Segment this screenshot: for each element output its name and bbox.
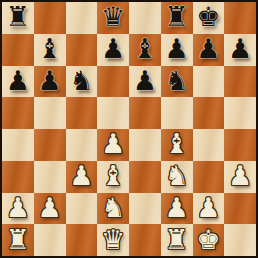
piece-black-queen: ♛	[101, 3, 125, 30]
piece-black-king: ♚	[196, 3, 220, 30]
square-g1[interactable]: ♚	[193, 224, 225, 256]
square-b2[interactable]: ♟	[34, 193, 66, 225]
square-e2[interactable]	[129, 193, 161, 225]
square-a7[interactable]	[2, 34, 34, 66]
square-a6[interactable]: ♟	[2, 66, 34, 98]
square-e3[interactable]	[129, 161, 161, 193]
square-d3[interactable]: ♝	[97, 161, 129, 193]
piece-white-bishop: ♝	[101, 162, 125, 189]
piece-white-pawn: ♟	[196, 194, 220, 221]
piece-white-knight: ♞	[101, 194, 125, 221]
square-b5[interactable]	[34, 97, 66, 129]
square-f3[interactable]: ♞	[161, 161, 193, 193]
square-d1[interactable]: ♛	[97, 224, 129, 256]
square-e6[interactable]: ♟	[129, 66, 161, 98]
square-h7[interactable]: ♟	[224, 34, 256, 66]
piece-white-pawn: ♟	[69, 162, 93, 189]
square-f1[interactable]: ♜	[161, 224, 193, 256]
square-d6[interactable]	[97, 66, 129, 98]
piece-black-knight: ♞	[165, 67, 189, 94]
piece-black-pawn: ♟	[38, 67, 62, 94]
square-f4[interactable]: ♝	[161, 129, 193, 161]
piece-black-bishop: ♝	[38, 35, 62, 62]
piece-black-pawn: ♟	[101, 35, 125, 62]
square-c3[interactable]: ♟	[66, 161, 98, 193]
square-e7[interactable]: ♝	[129, 34, 161, 66]
square-g5[interactable]	[193, 97, 225, 129]
square-b6[interactable]: ♟	[34, 66, 66, 98]
square-a3[interactable]	[2, 161, 34, 193]
piece-black-rook: ♜	[6, 3, 30, 30]
piece-white-pawn: ♟	[101, 130, 125, 157]
square-g7[interactable]: ♟	[193, 34, 225, 66]
piece-white-queen: ♛	[101, 226, 125, 253]
square-a2[interactable]: ♟	[2, 193, 34, 225]
piece-white-bishop: ♝	[165, 130, 189, 157]
square-d5[interactable]	[97, 97, 129, 129]
piece-white-rook: ♜	[6, 226, 30, 253]
square-h5[interactable]	[224, 97, 256, 129]
square-a8[interactable]: ♜	[2, 2, 34, 34]
piece-black-bishop: ♝	[133, 35, 157, 62]
piece-black-pawn: ♟	[6, 67, 30, 94]
square-d8[interactable]: ♛	[97, 2, 129, 34]
square-h6[interactable]	[224, 66, 256, 98]
square-c1[interactable]	[66, 224, 98, 256]
piece-white-pawn: ♟	[165, 194, 189, 221]
square-c8[interactable]	[66, 2, 98, 34]
square-g3[interactable]	[193, 161, 225, 193]
piece-black-rook: ♜	[165, 3, 189, 30]
square-f5[interactable]	[161, 97, 193, 129]
chess-board: ♜♛♜♚♝♟♝♟♟♟♟♟♞♟♞♟♝♟♝♞♟♟♟♞♟♟♜♛♜♚	[0, 0, 258, 258]
square-a5[interactable]	[2, 97, 34, 129]
piece-white-rook: ♜	[165, 226, 189, 253]
square-c6[interactable]: ♞	[66, 66, 98, 98]
piece-black-pawn: ♟	[196, 35, 220, 62]
square-b8[interactable]	[34, 2, 66, 34]
square-h4[interactable]	[224, 129, 256, 161]
square-g8[interactable]: ♚	[193, 2, 225, 34]
square-e4[interactable]	[129, 129, 161, 161]
square-d7[interactable]: ♟	[97, 34, 129, 66]
square-c2[interactable]	[66, 193, 98, 225]
piece-white-king: ♚	[196, 226, 220, 253]
square-e1[interactable]	[129, 224, 161, 256]
piece-white-knight: ♞	[165, 162, 189, 189]
square-b3[interactable]	[34, 161, 66, 193]
square-c7[interactable]	[66, 34, 98, 66]
piece-white-pawn: ♟	[6, 194, 30, 221]
square-g4[interactable]	[193, 129, 225, 161]
square-f2[interactable]: ♟	[161, 193, 193, 225]
square-g2[interactable]: ♟	[193, 193, 225, 225]
piece-black-knight: ♞	[69, 67, 93, 94]
square-d4[interactable]: ♟	[97, 129, 129, 161]
square-c4[interactable]	[66, 129, 98, 161]
square-a4[interactable]	[2, 129, 34, 161]
square-b7[interactable]: ♝	[34, 34, 66, 66]
square-f8[interactable]: ♜	[161, 2, 193, 34]
piece-black-pawn: ♟	[133, 67, 157, 94]
square-b4[interactable]	[34, 129, 66, 161]
square-e5[interactable]	[129, 97, 161, 129]
piece-white-pawn: ♟	[228, 162, 252, 189]
square-h3[interactable]: ♟	[224, 161, 256, 193]
piece-white-pawn: ♟	[38, 194, 62, 221]
square-h2[interactable]	[224, 193, 256, 225]
square-h8[interactable]	[224, 2, 256, 34]
square-h1[interactable]	[224, 224, 256, 256]
board-grid: ♜♛♜♚♝♟♝♟♟♟♟♟♞♟♞♟♝♟♝♞♟♟♟♞♟♟♜♛♜♚	[2, 2, 256, 256]
square-d2[interactable]: ♞	[97, 193, 129, 225]
square-f7[interactable]: ♟	[161, 34, 193, 66]
square-g6[interactable]	[193, 66, 225, 98]
square-a1[interactable]: ♜	[2, 224, 34, 256]
square-c5[interactable]	[66, 97, 98, 129]
square-e8[interactable]	[129, 2, 161, 34]
square-f6[interactable]: ♞	[161, 66, 193, 98]
square-b1[interactable]	[34, 224, 66, 256]
piece-black-pawn: ♟	[228, 35, 252, 62]
piece-black-pawn: ♟	[165, 35, 189, 62]
